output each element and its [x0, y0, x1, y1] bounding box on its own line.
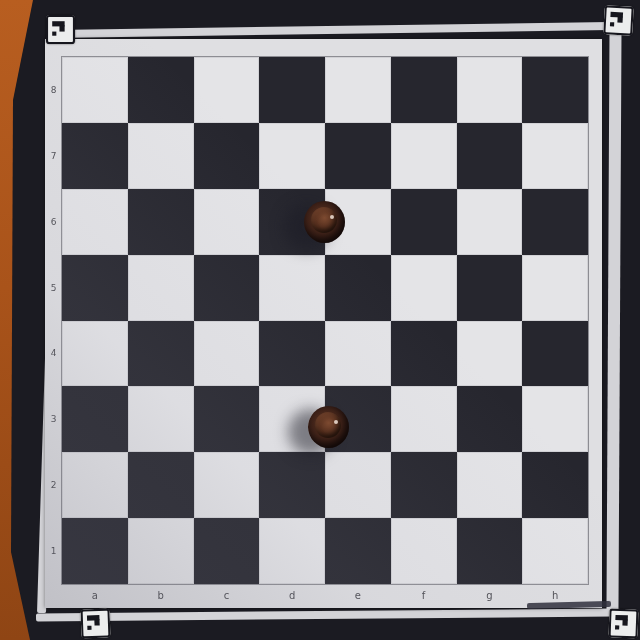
scene-table: 87654321 abcdefgh: [0, 0, 640, 640]
fiducial-marker-top-right-icon: [603, 5, 633, 35]
fiducial-marker-bottom-right-icon: [609, 609, 639, 639]
piece-layer: [0, 0, 640, 640]
piece-black-pawn-e3[interactable]: [308, 406, 349, 448]
fiducial-marker-top-left-icon: [46, 15, 75, 44]
piece-black-pawn-d6[interactable]: [304, 201, 345, 243]
fiducial-marker-bottom-left-icon: [81, 609, 111, 639]
